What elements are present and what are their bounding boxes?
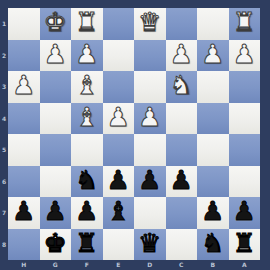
white-rook[interactable]: ♜ — [233, 8, 256, 39]
rank-label-3: 3 — [0, 71, 8, 103]
black-rook[interactable]: ♜ — [75, 229, 98, 260]
square-f1[interactable]: ♜ — [71, 8, 103, 40]
white-pawn[interactable]: ♟ — [44, 40, 67, 71]
square-e1[interactable] — [103, 8, 135, 40]
white-pawn[interactable]: ♟ — [12, 71, 35, 102]
square-h7[interactable]: ♟ — [8, 197, 40, 229]
square-e5[interactable] — [103, 134, 135, 166]
square-h6[interactable] — [8, 166, 40, 198]
square-a1[interactable]: ♜ — [229, 8, 261, 40]
square-b7[interactable]: ♟ — [197, 197, 229, 229]
black-rook[interactable]: ♜ — [233, 229, 256, 260]
file-label-g: G — [40, 259, 72, 270]
square-c7[interactable] — [166, 197, 198, 229]
black-pawn[interactable]: ♟ — [170, 166, 193, 197]
square-d4[interactable]: ♟ — [134, 103, 166, 135]
file-label-b: B — [197, 259, 229, 270]
square-e6[interactable]: ♟ — [103, 166, 135, 198]
chess-board: ♚♜♛♜♟♟♟♟♟♟♝♞♝♟♟♞♟♟♟♟♟♟♝♟♟♚♜♛♞♜ — [8, 8, 260, 260]
square-f7[interactable]: ♟ — [71, 197, 103, 229]
white-knight[interactable]: ♞ — [170, 71, 193, 102]
file-labels: HGFEDCBA — [8, 259, 260, 270]
rank-label-7: 7 — [0, 197, 8, 229]
square-a6[interactable] — [229, 166, 261, 198]
square-f4[interactable]: ♝ — [71, 103, 103, 135]
square-b4[interactable] — [197, 103, 229, 135]
square-a5[interactable] — [229, 134, 261, 166]
square-a7[interactable]: ♟ — [229, 197, 261, 229]
square-g6[interactable] — [40, 166, 72, 198]
square-e2[interactable] — [103, 40, 135, 72]
square-g5[interactable] — [40, 134, 72, 166]
white-pawn[interactable]: ♟ — [170, 40, 193, 71]
square-a4[interactable] — [229, 103, 261, 135]
white-king[interactable]: ♚ — [44, 8, 67, 39]
square-d1[interactable]: ♛ — [134, 8, 166, 40]
square-e4[interactable]: ♟ — [103, 103, 135, 135]
file-label-h: H — [8, 259, 40, 270]
rank-label-8: 8 — [0, 229, 8, 261]
square-h8[interactable] — [8, 229, 40, 261]
file-label-a: A — [229, 259, 261, 270]
file-label-e: E — [103, 259, 135, 270]
white-bishop[interactable]: ♝ — [75, 71, 98, 102]
file-label-d: D — [134, 259, 166, 270]
rank-labels: 12345678 — [0, 8, 8, 260]
square-a3[interactable] — [229, 71, 261, 103]
square-g3[interactable] — [40, 71, 72, 103]
black-knight[interactable]: ♞ — [75, 166, 98, 197]
white-rook[interactable]: ♜ — [75, 8, 98, 39]
square-a2[interactable]: ♟ — [229, 40, 261, 72]
square-a8[interactable]: ♜ — [229, 229, 261, 261]
square-g8[interactable]: ♚ — [40, 229, 72, 261]
square-e7[interactable]: ♝ — [103, 197, 135, 229]
square-c2[interactable]: ♟ — [166, 40, 198, 72]
square-h1[interactable] — [8, 8, 40, 40]
rank-label-4: 4 — [0, 103, 8, 135]
square-c6[interactable]: ♟ — [166, 166, 198, 198]
white-pawn[interactable]: ♟ — [201, 40, 224, 71]
square-d7[interactable] — [134, 197, 166, 229]
rank-label-1: 1 — [0, 8, 8, 40]
square-c1[interactable] — [166, 8, 198, 40]
square-g7[interactable]: ♟ — [40, 197, 72, 229]
file-label-f: F — [71, 259, 103, 270]
square-c8[interactable] — [166, 229, 198, 261]
chess-board-frame: 12345678 ♚♜♛♜♟♟♟♟♟♟♝♞♝♟♟♞♟♟♟♟♟♟♝♟♟♚♜♛♞♜ … — [0, 0, 270, 270]
black-pawn[interactable]: ♟ — [233, 197, 256, 228]
rank-label-2: 2 — [0, 40, 8, 72]
square-b6[interactable] — [197, 166, 229, 198]
square-b5[interactable] — [197, 134, 229, 166]
square-b3[interactable] — [197, 71, 229, 103]
square-d2[interactable] — [134, 40, 166, 72]
square-d3[interactable] — [134, 71, 166, 103]
square-c4[interactable] — [166, 103, 198, 135]
square-h2[interactable] — [8, 40, 40, 72]
black-king[interactable]: ♚ — [44, 229, 67, 260]
white-pawn[interactable]: ♟ — [233, 40, 256, 71]
square-g1[interactable]: ♚ — [40, 8, 72, 40]
square-g4[interactable] — [40, 103, 72, 135]
square-e3[interactable] — [103, 71, 135, 103]
square-f2[interactable]: ♟ — [71, 40, 103, 72]
black-pawn[interactable]: ♟ — [12, 197, 35, 228]
white-pawn[interactable]: ♟ — [107, 103, 130, 134]
black-pawn[interactable]: ♟ — [138, 166, 161, 197]
square-f3[interactable]: ♝ — [71, 71, 103, 103]
black-pawn[interactable]: ♟ — [201, 197, 224, 228]
square-e8[interactable] — [103, 229, 135, 261]
square-f5[interactable] — [71, 134, 103, 166]
square-d8[interactable]: ♛ — [134, 229, 166, 261]
square-c3[interactable]: ♞ — [166, 71, 198, 103]
black-pawn[interactable]: ♟ — [107, 166, 130, 197]
square-h3[interactable]: ♟ — [8, 71, 40, 103]
file-label-c: C — [166, 259, 198, 270]
rank-label-5: 5 — [0, 134, 8, 166]
black-knight[interactable]: ♞ — [201, 229, 224, 260]
square-h4[interactable] — [8, 103, 40, 135]
square-b8[interactable]: ♞ — [197, 229, 229, 261]
square-b1[interactable] — [197, 8, 229, 40]
white-queen[interactable]: ♛ — [138, 8, 161, 39]
black-bishop[interactable]: ♝ — [107, 197, 130, 228]
square-f6[interactable]: ♞ — [71, 166, 103, 198]
square-b2[interactable]: ♟ — [197, 40, 229, 72]
square-d6[interactable]: ♟ — [134, 166, 166, 198]
black-pawn[interactable]: ♟ — [44, 197, 67, 228]
white-pawn[interactable]: ♟ — [75, 40, 98, 71]
white-pawn[interactable]: ♟ — [138, 103, 161, 134]
white-bishop[interactable]: ♝ — [75, 103, 98, 134]
black-pawn[interactable]: ♟ — [75, 197, 98, 228]
rank-label-6: 6 — [0, 166, 8, 198]
square-f8[interactable]: ♜ — [71, 229, 103, 261]
square-c5[interactable] — [166, 134, 198, 166]
square-g2[interactable]: ♟ — [40, 40, 72, 72]
square-d5[interactable] — [134, 134, 166, 166]
square-h5[interactable] — [8, 134, 40, 166]
black-queen[interactable]: ♛ — [138, 229, 161, 260]
